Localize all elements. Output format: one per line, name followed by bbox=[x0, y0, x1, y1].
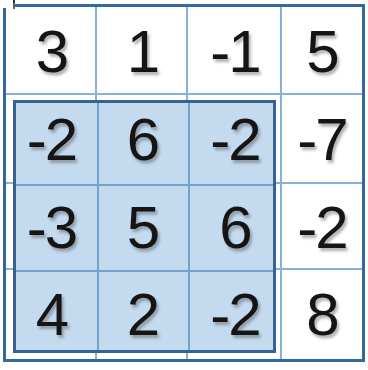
cell-r1c4: 5 bbox=[282, 7, 362, 95]
matrix-grid-numbers: 31-15-26-2-7-356-242-28 bbox=[6, 7, 362, 359]
cell-r1c3: -1 bbox=[188, 7, 282, 95]
cell-r3c1: -3 bbox=[6, 184, 97, 270]
cell-r4c2: 2 bbox=[97, 270, 188, 359]
cell-r2c1: -2 bbox=[6, 95, 97, 184]
matrix-diagram: 31-15-26-2-7-356-242-28 bbox=[0, 0, 368, 370]
cell-r4c4: 8 bbox=[282, 270, 362, 359]
cell-r2c4: -7 bbox=[282, 95, 362, 184]
cell-r1c1: 3 bbox=[6, 7, 97, 95]
cell-r4c1: 4 bbox=[6, 270, 97, 359]
cell-r3c3: 6 bbox=[188, 184, 282, 270]
cell-r3c2: 5 bbox=[97, 184, 188, 270]
cell-r2c3: -2 bbox=[188, 95, 282, 184]
cell-r3c4: -2 bbox=[282, 184, 362, 270]
cell-r2c2: 6 bbox=[97, 95, 188, 184]
cursor-artifact bbox=[13, 0, 15, 9]
cell-r1c2: 1 bbox=[97, 7, 188, 95]
corner-notch bbox=[0, 0, 13, 8]
cell-r4c3: -2 bbox=[188, 270, 282, 359]
